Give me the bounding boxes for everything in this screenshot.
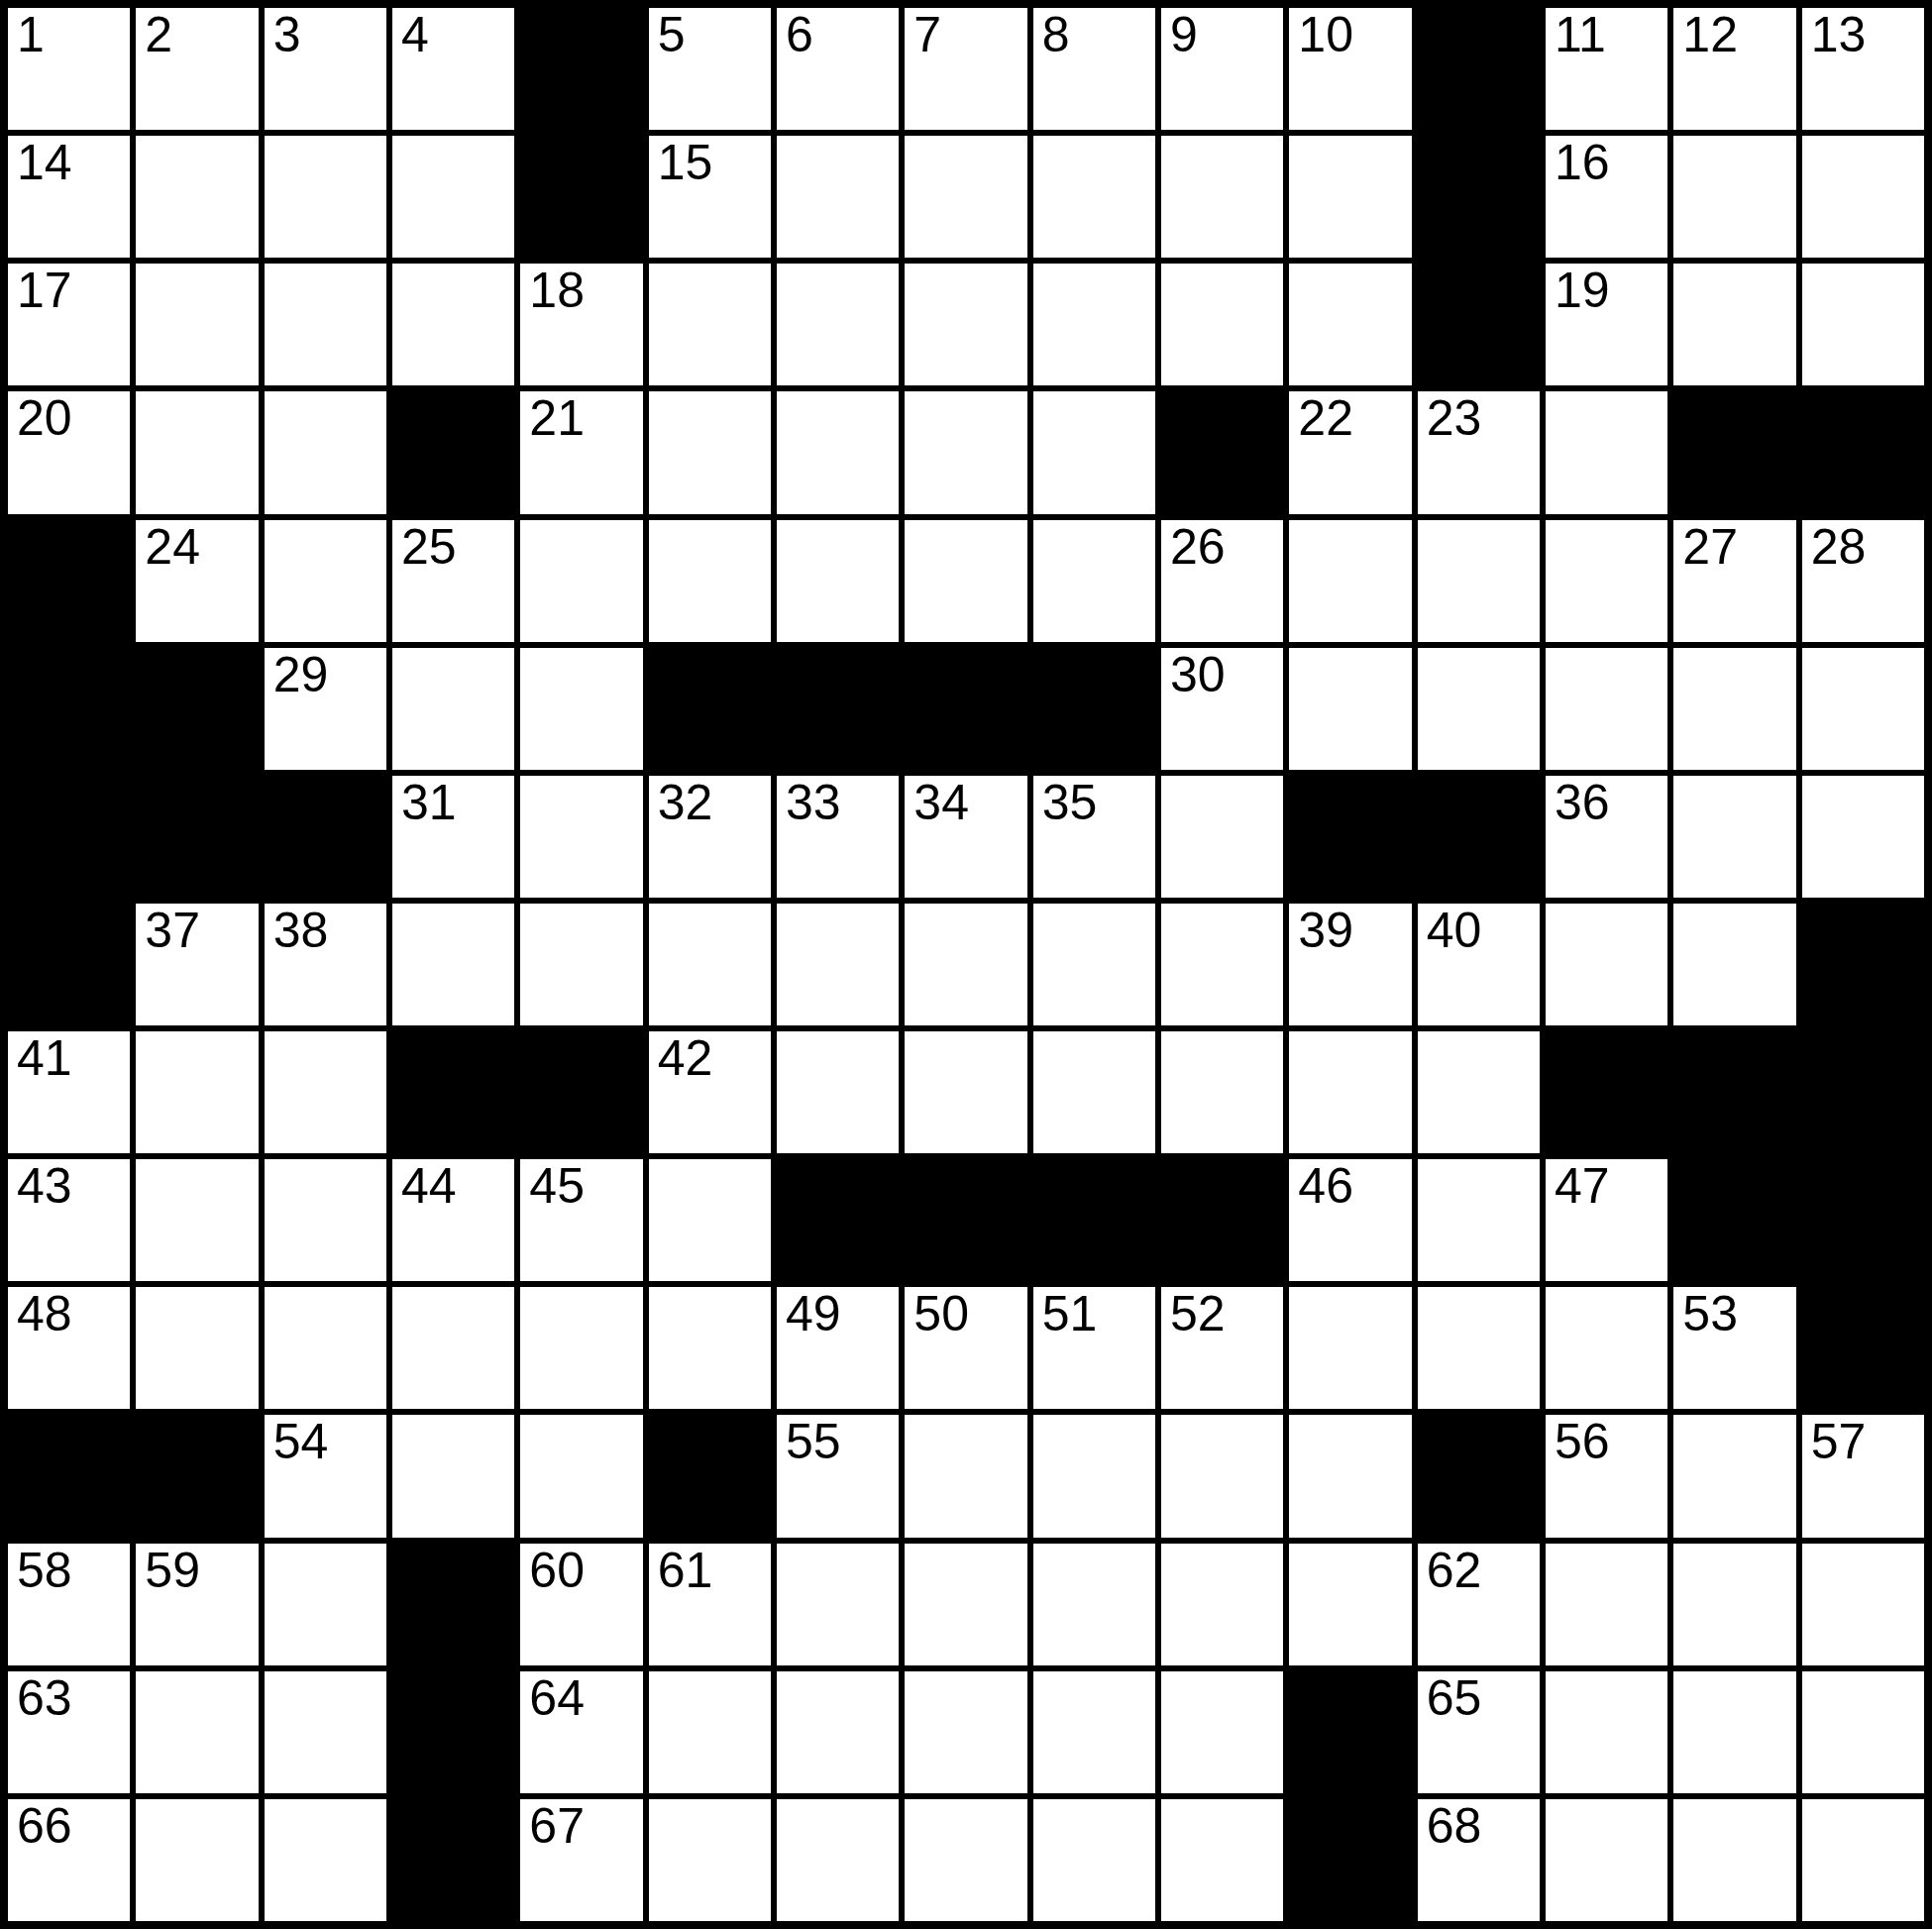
black-square	[136, 776, 258, 898]
white-square[interactable]	[1546, 391, 1667, 513]
clue-number: 61	[658, 1545, 713, 1597]
black-square	[136, 1415, 258, 1537]
clue-number: 33	[786, 777, 841, 829]
white-square[interactable]	[1673, 264, 1795, 385]
clue-number: 16	[1555, 137, 1610, 189]
white-square[interactable]	[777, 391, 899, 513]
black-square	[1673, 391, 1795, 513]
clue-number: 42	[658, 1032, 713, 1085]
white-square[interactable]	[1161, 1031, 1283, 1153]
white-square[interactable]: 8	[1033, 8, 1155, 130]
black-square	[8, 648, 130, 770]
white-square[interactable]	[905, 1415, 1026, 1537]
white-square[interactable]: 35	[1033, 776, 1155, 898]
white-square[interactable]	[649, 1671, 771, 1793]
white-square[interactable]	[777, 136, 899, 258]
white-square[interactable]: 37	[136, 904, 258, 1025]
white-square[interactable]	[265, 520, 386, 642]
white-square[interactable]	[777, 1671, 899, 1793]
clue-number: 39	[1298, 905, 1353, 957]
clue-number: 65	[1427, 1672, 1482, 1725]
clue-number: 45	[529, 1160, 585, 1213]
white-square[interactable]: 16	[1546, 136, 1667, 258]
clue-number: 10	[1298, 9, 1353, 61]
clue-number: 60	[529, 1545, 585, 1597]
white-square[interactable]	[649, 904, 771, 1025]
white-square[interactable]: 54	[265, 1415, 386, 1537]
clue-number: 68	[1427, 1800, 1482, 1853]
clue-number: 23	[1427, 392, 1482, 445]
white-square[interactable]: 48	[8, 1287, 130, 1409]
black-square	[8, 904, 130, 1025]
clue-number: 13	[1811, 9, 1867, 61]
black-square	[1418, 776, 1540, 898]
white-square[interactable]	[777, 1544, 899, 1665]
white-square[interactable]	[1033, 1544, 1155, 1665]
white-square[interactable]: 26	[1161, 520, 1283, 642]
white-square[interactable]	[905, 391, 1026, 513]
white-square[interactable]	[136, 136, 258, 258]
white-square[interactable]	[1161, 1544, 1283, 1665]
white-square[interactable]: 63	[8, 1671, 130, 1793]
white-square[interactable]	[1418, 1031, 1540, 1153]
white-square[interactable]: 22	[1289, 391, 1411, 513]
white-square[interactable]	[1802, 776, 1924, 898]
clue-number: 35	[1042, 777, 1098, 829]
clue-number: 18	[529, 265, 585, 317]
white-square[interactable]: 28	[1802, 520, 1924, 642]
clue-number: 44	[401, 1160, 457, 1213]
clue-number: 12	[1682, 9, 1738, 61]
white-square[interactable]	[1802, 1544, 1924, 1665]
white-square[interactable]	[1673, 1671, 1795, 1793]
white-square[interactable]: 11	[1546, 8, 1667, 130]
white-square[interactable]	[1802, 1671, 1924, 1793]
white-square[interactable]	[1161, 1799, 1283, 1921]
white-square[interactable]	[1033, 1671, 1155, 1793]
clue-number: 19	[1555, 265, 1610, 317]
white-square[interactable]	[1802, 264, 1924, 385]
white-square[interactable]	[265, 1031, 386, 1153]
clue-number: 40	[1427, 905, 1482, 957]
white-square[interactable]: 61	[649, 1544, 771, 1665]
clue-number: 1	[17, 9, 45, 61]
black-square	[1289, 776, 1411, 898]
white-square[interactable]: 2	[136, 8, 258, 130]
clue-number: 66	[17, 1800, 72, 1853]
white-square[interactable]	[392, 136, 514, 258]
clue-number: 4	[401, 9, 429, 61]
white-square[interactable]	[1033, 136, 1155, 258]
clue-number: 3	[273, 9, 301, 61]
white-square[interactable]: 25	[392, 520, 514, 642]
clue-number: 64	[529, 1672, 585, 1725]
white-square[interactable]: 21	[520, 391, 642, 513]
clue-number: 55	[786, 1416, 841, 1468]
white-square[interactable]	[136, 1671, 258, 1793]
black-square	[265, 776, 386, 898]
clue-number: 17	[17, 265, 72, 317]
white-square[interactable]	[265, 1159, 386, 1281]
clue-number: 56	[1555, 1416, 1610, 1468]
white-square[interactable]	[1161, 776, 1283, 898]
black-square	[1418, 1415, 1540, 1537]
white-square[interactable]: 67	[520, 1799, 642, 1921]
white-square[interactable]: 40	[1418, 904, 1540, 1025]
white-square[interactable]: 12	[1673, 8, 1795, 130]
black-square	[392, 1799, 514, 1921]
white-square[interactable]	[905, 264, 1026, 385]
white-square[interactable]	[649, 520, 771, 642]
white-square[interactable]	[1033, 391, 1155, 513]
white-square[interactable]: 18	[520, 264, 642, 385]
white-square[interactable]	[392, 904, 514, 1025]
white-square[interactable]: 3	[265, 8, 386, 130]
white-square[interactable]	[265, 1799, 386, 1921]
black-square	[8, 520, 130, 642]
white-square[interactable]: 23	[1418, 391, 1540, 513]
white-square[interactable]	[1289, 1031, 1411, 1153]
clue-number: 26	[1170, 521, 1226, 574]
black-square	[1289, 1799, 1411, 1921]
white-square[interactable]	[1161, 136, 1283, 258]
white-square[interactable]	[1673, 1544, 1795, 1665]
black-square	[8, 776, 130, 898]
white-square[interactable]	[520, 520, 642, 642]
clue-number: 2	[145, 9, 172, 61]
white-square[interactable]	[1673, 1415, 1795, 1537]
black-square	[1161, 1159, 1283, 1281]
clue-number: 15	[658, 137, 713, 189]
black-square	[520, 1031, 642, 1153]
white-square[interactable]	[905, 904, 1026, 1025]
white-square[interactable]	[1546, 520, 1667, 642]
white-square[interactable]: 1	[8, 8, 130, 130]
white-square[interactable]	[1546, 1287, 1667, 1409]
black-square	[1673, 1159, 1795, 1281]
black-square	[8, 1415, 130, 1537]
white-square[interactable]	[1289, 1415, 1411, 1537]
white-square[interactable]	[777, 904, 899, 1025]
black-square	[777, 648, 899, 770]
white-square[interactable]	[1033, 1799, 1155, 1921]
white-square[interactable]: 58	[8, 1544, 130, 1665]
white-square[interactable]	[1802, 648, 1924, 770]
white-square[interactable]	[777, 1799, 899, 1921]
white-square[interactable]: 46	[1289, 1159, 1411, 1281]
clue-number: 11	[1555, 9, 1606, 61]
white-square[interactable]: 36	[1546, 776, 1667, 898]
white-square[interactable]	[136, 1799, 258, 1921]
white-square[interactable]	[649, 391, 771, 513]
clue-number: 20	[17, 392, 72, 445]
white-square[interactable]: 29	[265, 648, 386, 770]
white-square[interactable]: 47	[1546, 1159, 1667, 1281]
clue-number: 14	[17, 137, 72, 189]
white-square[interactable]	[1802, 136, 1924, 258]
white-square[interactable]	[1161, 1671, 1283, 1793]
white-square[interactable]	[265, 1671, 386, 1793]
white-square[interactable]	[1418, 1159, 1540, 1281]
white-square[interactable]: 10	[1289, 8, 1411, 130]
black-square	[1802, 1031, 1924, 1153]
clue-number: 28	[1811, 521, 1867, 574]
white-square[interactable]: 17	[8, 264, 130, 385]
white-square[interactable]	[1673, 1799, 1795, 1921]
white-square[interactable]: 34	[905, 776, 1026, 898]
clue-number: 50	[913, 1288, 969, 1340]
clue-number: 67	[529, 1800, 585, 1853]
black-square	[777, 1159, 899, 1281]
black-square	[649, 1415, 771, 1537]
white-square[interactable]	[1546, 1799, 1667, 1921]
white-square[interactable]: 56	[1546, 1415, 1667, 1537]
black-square	[1033, 648, 1155, 770]
clue-number: 43	[17, 1160, 72, 1213]
black-square	[1418, 8, 1540, 130]
black-square	[392, 1671, 514, 1793]
white-square[interactable]	[905, 136, 1026, 258]
white-square[interactable]	[905, 520, 1026, 642]
white-square[interactable]	[777, 520, 899, 642]
white-square[interactable]	[1418, 648, 1540, 770]
white-square[interactable]	[1033, 520, 1155, 642]
white-square[interactable]	[905, 1031, 1026, 1153]
clue-number: 31	[401, 777, 457, 829]
white-square[interactable]: 62	[1418, 1544, 1540, 1665]
black-square	[1802, 1159, 1924, 1281]
white-square[interactable]	[136, 1159, 258, 1281]
white-square[interactable]	[1802, 1799, 1924, 1921]
clue-number: 41	[17, 1032, 72, 1085]
clue-number: 37	[145, 905, 200, 957]
white-square[interactable]	[520, 1287, 642, 1409]
white-square[interactable]	[1418, 1287, 1540, 1409]
white-square[interactable]: 14	[8, 136, 130, 258]
white-square[interactable]	[649, 264, 771, 385]
black-square	[1418, 136, 1540, 258]
black-square	[1802, 391, 1924, 513]
white-square[interactable]: 65	[1418, 1671, 1540, 1793]
clue-number: 46	[1298, 1160, 1353, 1213]
white-square[interactable]: 50	[905, 1287, 1026, 1409]
clue-number: 9	[1170, 9, 1198, 61]
clue-number: 7	[913, 9, 941, 61]
white-square[interactable]	[1289, 648, 1411, 770]
white-square[interactable]	[1289, 1544, 1411, 1665]
white-square[interactable]: 53	[1673, 1287, 1795, 1409]
white-square[interactable]	[1673, 904, 1795, 1025]
clue-number: 30	[1170, 649, 1226, 701]
clue-number: 29	[273, 649, 329, 701]
white-square[interactable]	[1289, 264, 1411, 385]
white-square[interactable]	[1546, 648, 1667, 770]
white-square[interactable]: 7	[905, 8, 1026, 130]
black-square	[520, 136, 642, 258]
white-square[interactable]	[1033, 1415, 1155, 1537]
black-square	[520, 8, 642, 130]
black-square	[1033, 1159, 1155, 1281]
white-square[interactable]: 6	[777, 8, 899, 130]
white-square[interactable]	[265, 1544, 386, 1665]
white-square[interactable]	[392, 1287, 514, 1409]
white-square[interactable]	[777, 264, 899, 385]
black-square	[649, 648, 771, 770]
white-square[interactable]	[1161, 904, 1283, 1025]
black-square	[1418, 264, 1540, 385]
white-square[interactable]	[520, 776, 642, 898]
white-square[interactable]	[520, 648, 642, 770]
clue-number: 48	[17, 1288, 72, 1340]
white-square[interactable]: 33	[777, 776, 899, 898]
white-square[interactable]	[520, 904, 642, 1025]
white-square[interactable]	[649, 1287, 771, 1409]
black-square	[392, 1544, 514, 1665]
white-square[interactable]	[392, 1415, 514, 1537]
white-square[interactable]: 42	[649, 1031, 771, 1153]
white-square[interactable]: 27	[1673, 520, 1795, 642]
white-square[interactable]	[1289, 136, 1411, 258]
white-square[interactable]	[1161, 264, 1283, 385]
black-square	[1802, 1287, 1924, 1409]
black-square	[1802, 904, 1924, 1025]
white-square[interactable]: 20	[8, 391, 130, 513]
clue-number: 6	[786, 9, 813, 61]
white-square[interactable]	[1033, 904, 1155, 1025]
clue-number: 62	[1427, 1545, 1482, 1597]
clue-number: 27	[1682, 521, 1738, 574]
clue-number: 53	[1682, 1288, 1738, 1340]
white-square[interactable]: 38	[265, 904, 386, 1025]
clue-number: 8	[1042, 9, 1070, 61]
white-square[interactable]: 31	[392, 776, 514, 898]
black-square	[392, 1031, 514, 1153]
white-square[interactable]	[905, 1671, 1026, 1793]
clue-number: 21	[529, 392, 585, 445]
black-square	[1673, 1031, 1795, 1153]
white-square[interactable]: 32	[649, 776, 771, 898]
white-square[interactable]	[392, 648, 514, 770]
white-square[interactable]: 60	[520, 1544, 642, 1665]
white-square[interactable]: 52	[1161, 1287, 1283, 1409]
white-square[interactable]	[1033, 1031, 1155, 1153]
white-square[interactable]: 39	[1289, 904, 1411, 1025]
clue-number: 38	[273, 905, 329, 957]
white-square[interactable]	[265, 136, 386, 258]
clue-number: 57	[1811, 1416, 1867, 1468]
white-square[interactable]: 55	[777, 1415, 899, 1537]
white-square[interactable]: 59	[136, 1544, 258, 1665]
white-square[interactable]: 49	[777, 1287, 899, 1409]
white-square[interactable]	[520, 1415, 642, 1537]
white-square[interactable]	[1546, 904, 1667, 1025]
white-square[interactable]: 15	[649, 136, 771, 258]
white-square[interactable]	[1673, 136, 1795, 258]
white-square[interactable]	[265, 264, 386, 385]
white-square[interactable]: 68	[1418, 1799, 1540, 1921]
black-square	[1546, 1031, 1667, 1153]
white-square[interactable]: 30	[1161, 648, 1283, 770]
clue-number: 32	[658, 777, 713, 829]
white-square[interactable]: 44	[392, 1159, 514, 1281]
clue-number: 25	[401, 521, 457, 574]
white-square[interactable]: 5	[649, 8, 771, 130]
white-square[interactable]	[1546, 1671, 1667, 1793]
white-square[interactable]: 51	[1033, 1287, 1155, 1409]
white-square[interactable]: 13	[1802, 8, 1924, 130]
white-square[interactable]	[1289, 520, 1411, 642]
white-square[interactable]	[136, 264, 258, 385]
black-square	[905, 648, 1026, 770]
white-square[interactable]	[1161, 1415, 1283, 1537]
clue-number: 63	[17, 1672, 72, 1725]
black-square	[1161, 391, 1283, 513]
clue-number: 24	[145, 521, 200, 574]
clue-number: 59	[145, 1545, 200, 1597]
clue-number: 5	[658, 9, 686, 61]
white-square[interactable]: 9	[1161, 8, 1283, 130]
black-square	[136, 648, 258, 770]
white-square[interactable]	[136, 1287, 258, 1409]
white-square[interactable]	[136, 391, 258, 513]
white-square[interactable]	[1546, 1544, 1667, 1665]
white-square[interactable]: 43	[8, 1159, 130, 1281]
white-square[interactable]	[905, 1799, 1026, 1921]
black-square	[905, 1159, 1026, 1281]
clue-number: 52	[1170, 1288, 1226, 1340]
white-square[interactable]	[265, 1287, 386, 1409]
white-square[interactable]: 66	[8, 1799, 130, 1921]
white-square[interactable]	[649, 1159, 771, 1281]
white-square[interactable]	[1673, 776, 1795, 898]
white-square[interactable]	[1418, 520, 1540, 642]
clue-number: 34	[913, 777, 969, 829]
white-square[interactable]	[649, 1799, 771, 1921]
clue-number: 36	[1555, 777, 1610, 829]
black-square	[1289, 1671, 1411, 1793]
white-square[interactable]	[265, 391, 386, 513]
white-square[interactable]	[1033, 264, 1155, 385]
crossword-grid: 1234567891011121314151617181920212223242…	[0, 0, 1932, 1929]
white-square[interactable]	[1673, 648, 1795, 770]
black-square	[392, 391, 514, 513]
white-square[interactable]	[136, 1031, 258, 1153]
white-square[interactable]: 64	[520, 1671, 642, 1793]
white-square[interactable]	[905, 1544, 1026, 1665]
clue-number: 54	[273, 1416, 329, 1468]
clue-number: 58	[17, 1545, 72, 1597]
clue-number: 49	[786, 1288, 841, 1340]
clue-number: 22	[1298, 392, 1353, 445]
white-square[interactable]: 57	[1802, 1415, 1924, 1537]
clue-number: 47	[1555, 1160, 1610, 1213]
white-square[interactable]: 19	[1546, 264, 1667, 385]
white-square[interactable]: 24	[136, 520, 258, 642]
white-square[interactable]: 4	[392, 8, 514, 130]
white-square[interactable]: 41	[8, 1031, 130, 1153]
white-square[interactable]	[777, 1031, 899, 1153]
white-square[interactable]: 45	[520, 1159, 642, 1281]
clue-number: 51	[1042, 1288, 1098, 1340]
white-square[interactable]	[1289, 1287, 1411, 1409]
white-square[interactable]	[392, 264, 514, 385]
